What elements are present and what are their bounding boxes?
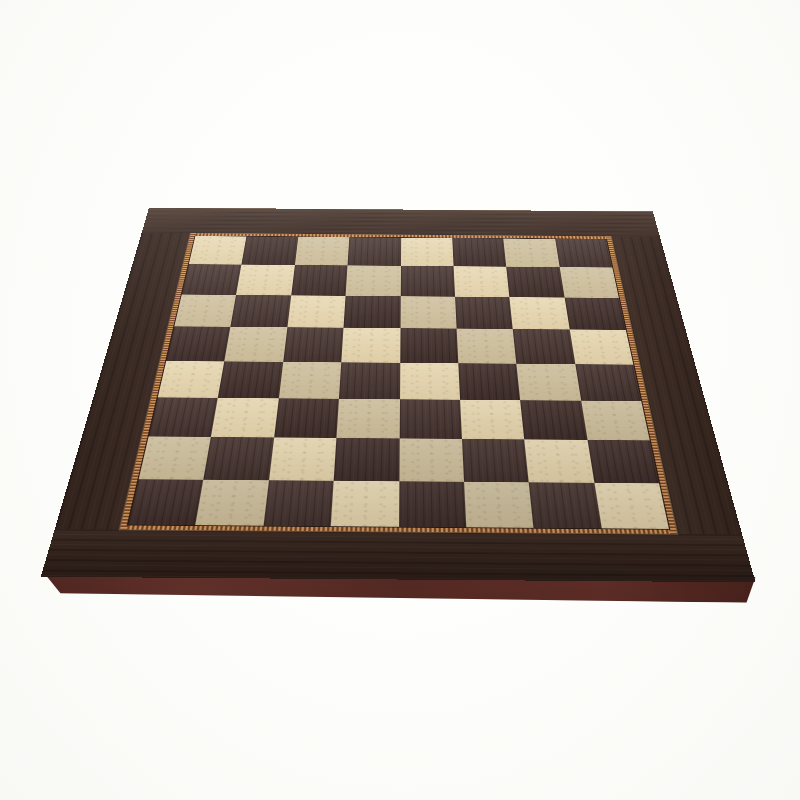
- square-d7: [346, 266, 401, 297]
- square-b4: [218, 361, 283, 398]
- square-h6: [564, 297, 626, 330]
- square-h1: [594, 483, 669, 529]
- square-g2: [525, 440, 594, 483]
- square-c8: [295, 237, 350, 266]
- square-a6: [174, 294, 236, 326]
- square-c2: [269, 438, 337, 481]
- square-g4: [517, 363, 581, 400]
- square-a2: [139, 437, 212, 480]
- square-e5: [400, 328, 458, 363]
- square-d4: [339, 362, 400, 399]
- square-b2: [204, 437, 274, 480]
- square-g8: [503, 239, 559, 268]
- square-c3: [274, 398, 339, 438]
- square-f8: [452, 238, 506, 267]
- board-frame-bottom: [41, 529, 756, 582]
- square-a5: [166, 326, 230, 361]
- square-d5: [341, 328, 400, 363]
- square-f3: [460, 400, 525, 440]
- square-a8: [189, 236, 247, 265]
- square-a7: [182, 264, 242, 294]
- square-b3: [211, 398, 278, 438]
- square-e6: [400, 296, 456, 329]
- square-e3: [399, 399, 462, 439]
- square-a3: [149, 397, 219, 437]
- square-b8: [242, 237, 298, 266]
- square-f5: [457, 329, 517, 364]
- square-a4: [158, 361, 225, 398]
- square-b6: [231, 295, 291, 327]
- board-grid: [128, 236, 669, 529]
- square-c6: [287, 295, 346, 328]
- square-h8: [555, 239, 612, 268]
- square-c7: [291, 265, 348, 296]
- square-h5: [569, 330, 633, 365]
- square-g6: [510, 297, 570, 330]
- square-d3: [337, 399, 400, 439]
- square-d1: [331, 481, 399, 527]
- square-f2: [462, 439, 529, 482]
- square-e7: [400, 266, 455, 297]
- product-photo-background: [0, 0, 800, 800]
- square-d2: [334, 438, 399, 481]
- square-h7: [559, 267, 618, 298]
- chessboard-scene: [0, 0, 800, 800]
- chessboard: [41, 208, 756, 583]
- square-c4: [279, 362, 342, 399]
- square-b7: [236, 265, 294, 295]
- square-g7: [506, 267, 564, 298]
- square-e2: [399, 439, 464, 482]
- square-f1: [464, 482, 534, 528]
- square-a1: [128, 479, 204, 525]
- square-g5: [513, 329, 575, 364]
- square-g1: [529, 482, 601, 528]
- square-f6: [455, 297, 513, 330]
- square-g3: [520, 400, 587, 440]
- square-c1: [263, 480, 334, 526]
- square-e1: [399, 481, 467, 527]
- square-h3: [581, 401, 650, 441]
- square-f7: [453, 266, 509, 297]
- square-c5: [283, 327, 344, 362]
- square-h2: [587, 440, 659, 483]
- square-b1: [196, 479, 269, 525]
- square-f4: [458, 363, 520, 400]
- square-e4: [400, 362, 460, 399]
- square-h4: [575, 364, 641, 401]
- square-b5: [225, 327, 288, 362]
- square-e8: [401, 238, 454, 267]
- square-d8: [348, 237, 401, 266]
- square-d6: [344, 296, 401, 329]
